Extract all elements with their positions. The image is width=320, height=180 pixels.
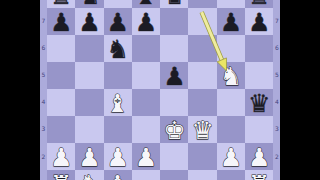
square-a7[interactable]: ♟	[47, 8, 75, 35]
rank-label-6-right: 6	[273, 43, 280, 53]
piece-black-pawn-d7[interactable]: ♟	[135, 10, 157, 36]
square-g3[interactable]	[217, 116, 245, 143]
square-g4[interactable]	[217, 89, 245, 116]
square-h2[interactable]: ♟	[245, 143, 273, 170]
piece-black-queen-h4[interactable]: ♛	[248, 91, 270, 117]
square-c5[interactable]	[104, 62, 132, 89]
square-f7[interactable]	[188, 8, 216, 35]
piece-white-pawn-h2[interactable]: ♟	[248, 145, 270, 171]
piece-black-pawn-h7[interactable]: ♟	[248, 10, 270, 36]
piece-white-pawn-g2[interactable]: ♟	[220, 145, 242, 171]
piece-white-king-e3[interactable]: ♚	[163, 118, 185, 144]
square-f2[interactable]	[188, 143, 216, 170]
piece-white-knight-b1[interactable]: ♞	[78, 172, 100, 180]
square-a1[interactable]: ♜	[47, 170, 75, 180]
piece-white-bishop-c4[interactable]: ♝	[107, 91, 129, 117]
square-a8[interactable]: ♜	[47, 0, 75, 8]
rank-label-5-left: 5	[40, 70, 47, 80]
rank-label-1-right: 1	[273, 179, 280, 180]
rank-label-2-right: 2	[273, 152, 280, 162]
square-h5[interactable]	[245, 62, 273, 89]
square-c6[interactable]: ♞	[104, 35, 132, 62]
square-f3[interactable]: ♛	[188, 116, 216, 143]
square-d7[interactable]: ♟	[132, 8, 160, 35]
square-c8[interactable]	[104, 0, 132, 8]
square-c7[interactable]: ♟	[104, 8, 132, 35]
square-d4[interactable]	[132, 89, 160, 116]
square-c2[interactable]: ♟	[104, 143, 132, 170]
square-f1[interactable]	[188, 170, 216, 180]
board-squares: ♜♞♝♚♜♟♟♟♟♟♟♞♟♞♝♛♚♛♟♟♟♟♟♟♜♞♝♜	[47, 0, 273, 180]
chess-board: ♜♞♝♚♜♟♟♟♟♟♟♞♟♞♝♛♚♛♟♟♟♟♟♟♜♞♝♜ 88776655443…	[40, 0, 280, 180]
square-c1[interactable]: ♝	[104, 170, 132, 180]
square-g5[interactable]: ♞	[217, 62, 245, 89]
piece-white-pawn-b2[interactable]: ♟	[78, 145, 100, 171]
square-g1[interactable]	[217, 170, 245, 180]
piece-black-pawn-b7[interactable]: ♟	[78, 10, 100, 36]
square-d5[interactable]	[132, 62, 160, 89]
square-d6[interactable]	[132, 35, 160, 62]
piece-white-knight-g5[interactable]: ♞	[220, 64, 242, 90]
square-a3[interactable]	[47, 116, 75, 143]
rank-label-1-left: 1	[40, 179, 47, 180]
square-e7[interactable]	[160, 8, 188, 35]
square-b4[interactable]	[75, 89, 103, 116]
piece-white-queen-f3[interactable]: ♛	[191, 118, 213, 144]
rank-label-4-left: 4	[40, 97, 47, 107]
rank-label-7-left: 7	[40, 16, 47, 26]
square-h3[interactable]	[245, 116, 273, 143]
video-frame: ♜♞♝♚♜♟♟♟♟♟♟♞♟♞♝♛♚♛♟♟♟♟♟♟♜♞♝♜ 88776655443…	[0, 0, 320, 180]
square-b1[interactable]: ♞	[75, 170, 103, 180]
rank-label-2-left: 2	[40, 152, 47, 162]
square-h8[interactable]: ♜	[245, 0, 273, 8]
square-h4[interactable]: ♛	[245, 89, 273, 116]
square-e8[interactable]: ♚	[160, 0, 188, 8]
square-g2[interactable]: ♟	[217, 143, 245, 170]
square-d8[interactable]: ♝	[132, 0, 160, 8]
rank-label-4-right: 4	[273, 97, 280, 107]
square-e3[interactable]: ♚	[160, 116, 188, 143]
square-b2[interactable]: ♟	[75, 143, 103, 170]
square-g8[interactable]	[217, 0, 245, 8]
square-b3[interactable]	[75, 116, 103, 143]
square-b8[interactable]: ♞	[75, 0, 103, 8]
square-f8[interactable]	[188, 0, 216, 8]
square-d2[interactable]: ♟	[132, 143, 160, 170]
square-b7[interactable]: ♟	[75, 8, 103, 35]
square-h6[interactable]	[245, 35, 273, 62]
square-b6[interactable]	[75, 35, 103, 62]
square-d3[interactable]	[132, 116, 160, 143]
square-a2[interactable]: ♟	[47, 143, 75, 170]
piece-black-pawn-g7[interactable]: ♟	[220, 10, 242, 36]
square-a6[interactable]	[47, 35, 75, 62]
square-e2[interactable]	[160, 143, 188, 170]
piece-black-pawn-c7[interactable]: ♟	[107, 10, 129, 36]
piece-black-pawn-a7[interactable]: ♟	[50, 10, 72, 36]
square-e1[interactable]	[160, 170, 188, 180]
rank-label-3-left: 3	[40, 124, 47, 134]
piece-white-bishop-c1[interactable]: ♝	[107, 172, 129, 180]
piece-white-rook-a1[interactable]: ♜	[50, 172, 72, 180]
rank-label-3-right: 3	[273, 124, 280, 134]
square-g7[interactable]: ♟	[217, 8, 245, 35]
square-e6[interactable]	[160, 35, 188, 62]
square-c3[interactable]	[104, 116, 132, 143]
square-g6[interactable]	[217, 35, 245, 62]
piece-white-rook-h1[interactable]: ♜	[248, 172, 270, 180]
piece-black-knight-c6[interactable]: ♞	[107, 37, 129, 63]
piece-white-pawn-c2[interactable]: ♟	[107, 145, 129, 171]
piece-black-pawn-e5[interactable]: ♟	[163, 64, 185, 90]
rank-label-5-right: 5	[273, 70, 280, 80]
square-c4[interactable]: ♝	[104, 89, 132, 116]
square-e4[interactable]	[160, 89, 188, 116]
square-e5[interactable]: ♟	[160, 62, 188, 89]
square-f5[interactable]	[188, 62, 216, 89]
square-h7[interactable]: ♟	[245, 8, 273, 35]
rank-label-6-left: 6	[40, 43, 47, 53]
square-h1[interactable]: ♜	[245, 170, 273, 180]
piece-white-pawn-d2[interactable]: ♟	[135, 145, 157, 171]
square-b5[interactable]	[75, 62, 103, 89]
square-f6[interactable]	[188, 35, 216, 62]
square-f4[interactable]	[188, 89, 216, 116]
square-d1[interactable]	[132, 170, 160, 180]
square-a5[interactable]	[47, 62, 75, 89]
rank-label-7-right: 7	[273, 16, 280, 26]
square-a4[interactable]	[47, 89, 75, 116]
piece-white-pawn-a2[interactable]: ♟	[50, 145, 72, 171]
